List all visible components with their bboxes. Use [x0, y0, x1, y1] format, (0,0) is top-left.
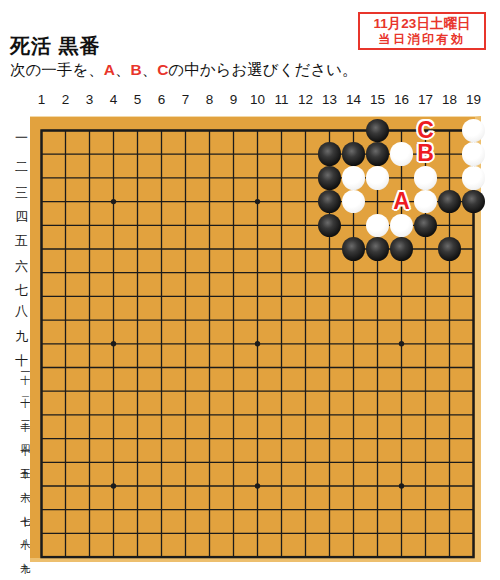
deadline-date: 11月23日土曜日 — [360, 16, 484, 32]
column-label: 15 — [365, 92, 391, 107]
column-label: 14 — [341, 92, 367, 107]
column-label: 6 — [149, 92, 175, 107]
column-label: 16 — [389, 92, 415, 107]
instruction-choice-a: A — [104, 61, 115, 78]
column-label: 18 — [437, 92, 463, 107]
stone-black — [438, 237, 462, 261]
star-point — [255, 341, 260, 346]
instruction-choice-b: B — [130, 61, 141, 78]
star-point — [255, 199, 260, 204]
stone-white — [462, 166, 486, 190]
stone-white — [414, 166, 438, 190]
star-point — [399, 341, 404, 346]
stone-white — [366, 166, 390, 190]
column-labels: 12345678910111213141516171819 — [30, 92, 486, 114]
stone-white — [390, 142, 414, 166]
stone-black — [342, 237, 366, 261]
choice-marker-a[interactable]: A — [393, 189, 410, 212]
stone-black — [318, 142, 342, 166]
instruction-text: 次の一手を、A、B、Cの中からお選びください。 — [10, 60, 358, 81]
star-point — [399, 483, 404, 488]
instruction-prefix: 次の一手を、 — [10, 61, 104, 78]
column-label: 9 — [221, 92, 247, 107]
column-label: 12 — [293, 92, 319, 107]
go-board: ABC — [30, 116, 481, 562]
column-label: 8 — [197, 92, 223, 107]
page-title: 死活 黒番 — [10, 33, 101, 60]
stone-black — [318, 166, 342, 190]
column-label: 13 — [317, 92, 343, 107]
tsumego-page: 死活 黒番 次の一手を、A、B、Cの中からお選びください。 11月23日土曜日 … — [0, 0, 500, 580]
stone-white — [462, 119, 486, 143]
stone-black — [462, 190, 486, 214]
column-label: 11 — [269, 92, 295, 107]
column-label: 10 — [245, 92, 271, 107]
instruction-sep-1: 、 — [115, 61, 131, 78]
instruction-choice-c: C — [157, 61, 168, 78]
postmark-note: 当日消印有効 — [360, 32, 484, 47]
column-label: 4 — [101, 92, 127, 107]
row-labels: 一二三四五六七八九十十一十二十三十四十五十六十七十八十九 — [2, 116, 30, 566]
star-point — [111, 341, 116, 346]
stone-black — [390, 237, 414, 261]
choice-marker-b[interactable]: B — [417, 142, 434, 165]
star-point — [255, 483, 260, 488]
star-point — [111, 483, 116, 488]
stone-white — [462, 142, 486, 166]
choice-marker-c[interactable]: C — [417, 118, 434, 141]
star-point — [111, 199, 116, 204]
stone-black — [366, 237, 390, 261]
column-label: 5 — [125, 92, 151, 107]
column-label: 7 — [173, 92, 199, 107]
deadline-date-box: 11月23日土曜日 当日消印有効 — [358, 12, 486, 50]
instruction-sep-2: 、 — [142, 61, 158, 78]
column-label: 19 — [461, 92, 487, 107]
column-label: 3 — [77, 92, 103, 107]
board-grid — [30, 117, 481, 563]
column-label: 17 — [413, 92, 439, 107]
stone-black — [342, 142, 366, 166]
column-label: 1 — [29, 92, 55, 107]
stone-black — [366, 142, 390, 166]
instruction-suffix: の中からお選びください。 — [168, 61, 357, 78]
column-label: 2 — [53, 92, 79, 107]
stone-white — [342, 166, 366, 190]
